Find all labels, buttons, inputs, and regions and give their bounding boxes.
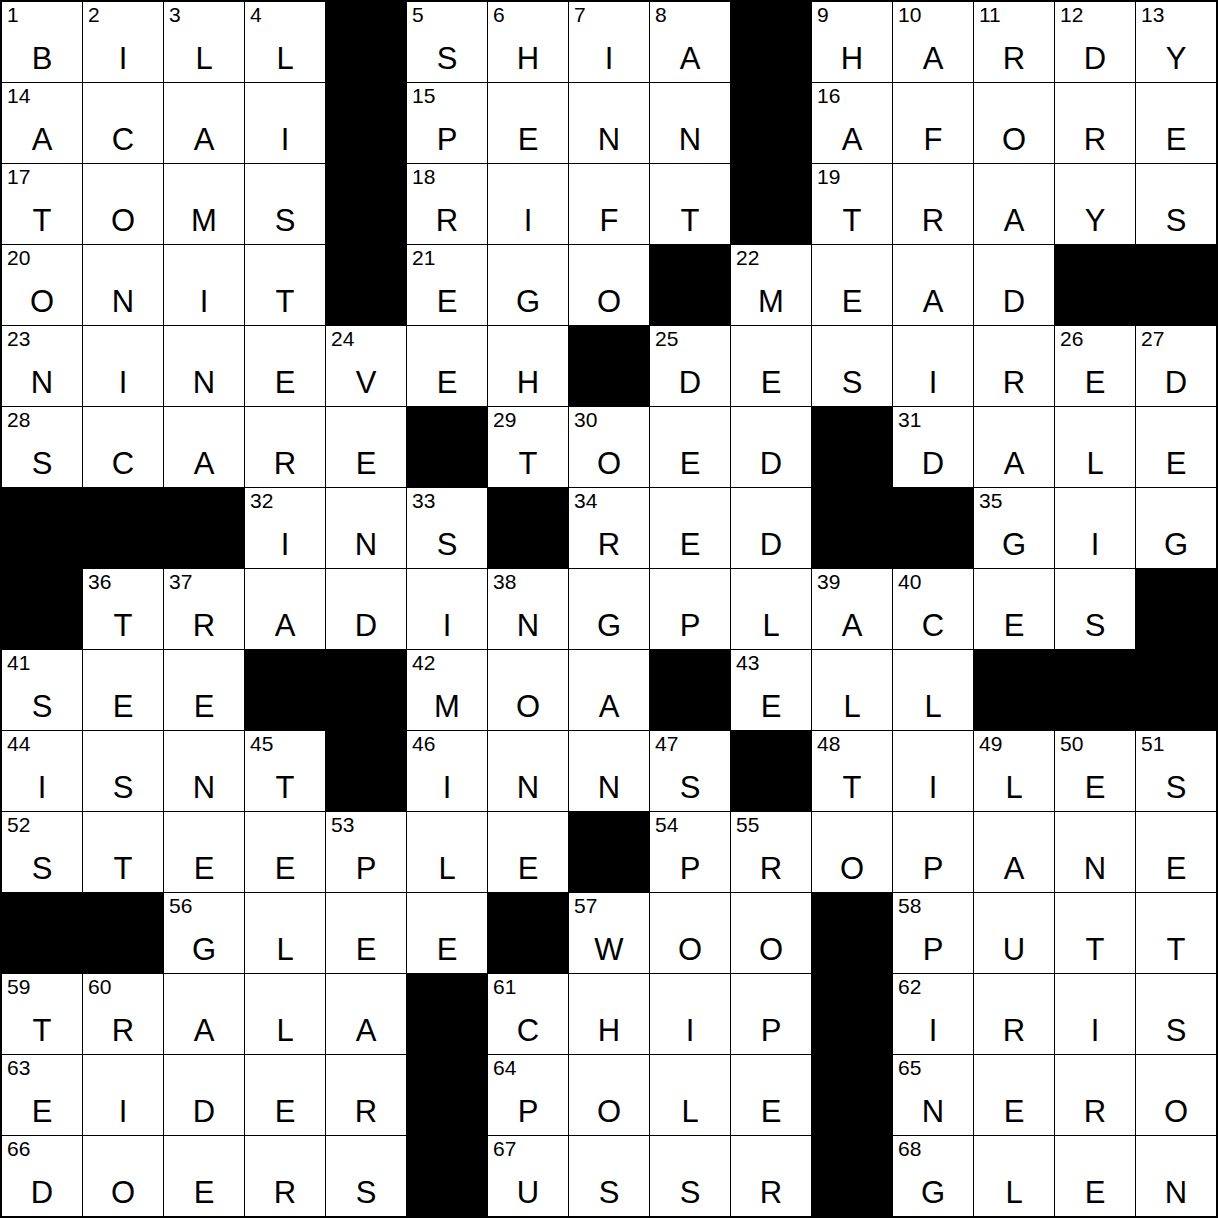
cell-letter: E — [731, 1096, 811, 1127]
cell-r11c7[interactable]: E — [488, 812, 568, 892]
cell-r9c3[interactable]: E — [164, 650, 244, 730]
cell-r13c5[interactable]: A — [326, 974, 406, 1054]
cell-letter: E — [1055, 1177, 1135, 1208]
cell-letter: E — [326, 448, 406, 479]
cell-r12c9[interactable]: O — [650, 893, 730, 973]
cell-r15c7[interactable]: 67U — [488, 1136, 568, 1216]
cell-letter: S — [1136, 772, 1216, 803]
cell-r9c8[interactable]: A — [569, 650, 649, 730]
cell-r15c3[interactable]: E — [164, 1136, 244, 1216]
cell-r2c2[interactable]: C — [83, 83, 163, 163]
cell-letter: A — [569, 691, 649, 722]
cell-r5c12[interactable]: I — [893, 326, 973, 406]
cell-r2c14[interactable]: R — [1055, 83, 1135, 163]
cell-r5c14[interactable]: 26E — [1055, 326, 1135, 406]
cell-letter: E — [326, 934, 406, 965]
cell-letter: T — [650, 205, 730, 236]
block-r4c15 — [1136, 245, 1216, 325]
clue-number: 57 — [574, 894, 597, 917]
clue-number: 27 — [1141, 327, 1164, 350]
cell-r8c4[interactable]: A — [245, 569, 325, 649]
cell-r11c12[interactable]: P — [893, 812, 973, 892]
cell-letter: O — [1136, 1096, 1216, 1127]
cell-r11c4[interactable]: E — [245, 812, 325, 892]
block-r7c11 — [812, 488, 892, 568]
block-r8c15 — [1136, 569, 1216, 649]
cell-r3c9[interactable]: T — [650, 164, 730, 244]
cell-r11c1[interactable]: 52S — [2, 812, 82, 892]
cell-r14c5[interactable]: R — [326, 1055, 406, 1135]
clue-number: 48 — [817, 732, 840, 755]
cell-r5c3[interactable]: N — [164, 326, 244, 406]
cell-letter: U — [488, 1177, 568, 1208]
cell-r7c14[interactable]: I — [1055, 488, 1135, 568]
cell-r4c3[interactable]: I — [164, 245, 244, 325]
cell-r13c9[interactable]: I — [650, 974, 730, 1054]
cell-letter: C — [83, 448, 163, 479]
cell-letter: P — [893, 934, 973, 965]
cell-letter: N — [569, 772, 649, 803]
cell-r3c7[interactable]: I — [488, 164, 568, 244]
cell-r2c15[interactable]: E — [1136, 83, 1216, 163]
cell-r1c15[interactable]: 13Y — [1136, 2, 1216, 82]
cell-r1c4[interactable]: 4L — [245, 2, 325, 82]
cell-r11c3[interactable]: E — [164, 812, 244, 892]
cell-r13c2[interactable]: 60R — [83, 974, 163, 1054]
cell-letter: N — [164, 772, 244, 803]
cell-r11c14[interactable]: N — [1055, 812, 1135, 892]
cell-r5c9[interactable]: 25D — [650, 326, 730, 406]
cell-r1c12[interactable]: 10A — [893, 2, 973, 82]
cell-letter: E — [1136, 853, 1216, 884]
cell-r8c6[interactable]: I — [407, 569, 487, 649]
cell-r14c14[interactable]: R — [1055, 1055, 1135, 1135]
cell-r2c3[interactable]: A — [164, 83, 244, 163]
block-r9c15 — [1136, 650, 1216, 730]
cell-r14c13[interactable]: E — [974, 1055, 1054, 1135]
cell-r8c7[interactable]: 38N — [488, 569, 568, 649]
cell-r2c1[interactable]: 14A — [2, 83, 82, 163]
cell-r13c12[interactable]: 62I — [893, 974, 973, 1054]
cell-r10c9[interactable]: 47S — [650, 731, 730, 811]
cell-r12c4[interactable]: L — [245, 893, 325, 973]
cell-r11c9[interactable]: 54P — [650, 812, 730, 892]
cell-r10c2[interactable]: S — [83, 731, 163, 811]
cell-r14c15[interactable]: O — [1136, 1055, 1216, 1135]
block-r12c11 — [812, 893, 892, 973]
block-r6c6 — [407, 407, 487, 487]
clue-number: 45 — [250, 732, 273, 755]
cell-r3c8[interactable]: F — [569, 164, 649, 244]
cell-letter: R — [326, 1096, 406, 1127]
cell-r1c1[interactable]: 1B — [2, 2, 82, 82]
cell-r6c4[interactable]: R — [245, 407, 325, 487]
cell-r10c3[interactable]: N — [164, 731, 244, 811]
block-r9c14 — [1055, 650, 1135, 730]
cell-letter: R — [974, 1015, 1054, 1046]
clue-number: 3 — [169, 3, 181, 26]
cell-r1c6[interactable]: 5S — [407, 2, 487, 82]
cell-letter: I — [893, 1015, 973, 1046]
cell-r14c8[interactable]: O — [569, 1055, 649, 1135]
cell-r10c11[interactable]: 48T — [812, 731, 892, 811]
cell-r7c13[interactable]: 35G — [974, 488, 1054, 568]
cell-r15c10[interactable]: R — [731, 1136, 811, 1216]
cell-r10c1[interactable]: 44I — [2, 731, 82, 811]
cell-r11c11[interactable]: O — [812, 812, 892, 892]
cell-r1c9[interactable]: 8A — [650, 2, 730, 82]
cell-r9c2[interactable]: E — [83, 650, 163, 730]
block-r11c8 — [569, 812, 649, 892]
cell-r3c3[interactable]: M — [164, 164, 244, 244]
cell-r10c7[interactable]: N — [488, 731, 568, 811]
cell-letter: I — [83, 1096, 163, 1127]
cell-letter: E — [245, 1096, 325, 1127]
cell-r15c15[interactable]: N — [1136, 1136, 1216, 1216]
cell-r14c7[interactable]: 64P — [488, 1055, 568, 1135]
clue-number: 36 — [88, 570, 111, 593]
cell-r15c2[interactable]: O — [83, 1136, 163, 1216]
cell-r3c13[interactable]: A — [974, 164, 1054, 244]
cell-r3c1[interactable]: 17T — [2, 164, 82, 244]
cell-r2c6[interactable]: 15P — [407, 83, 487, 163]
cell-r4c11[interactable]: E — [812, 245, 892, 325]
cell-r3c11[interactable]: 19T — [812, 164, 892, 244]
cell-letter: T — [83, 853, 163, 884]
cell-r2c12[interactable]: F — [893, 83, 973, 163]
cell-r4c13[interactable]: D — [974, 245, 1054, 325]
cell-r6c12[interactable]: 31D — [893, 407, 973, 487]
cell-letter: A — [650, 43, 730, 74]
cell-letter: C — [83, 124, 163, 155]
cell-r5c11[interactable]: S — [812, 326, 892, 406]
cell-r15c1[interactable]: 66D — [2, 1136, 82, 1216]
cell-r10c12[interactable]: I — [893, 731, 973, 811]
cell-r8c14[interactable]: S — [1055, 569, 1135, 649]
cell-letter: G — [488, 286, 568, 317]
cell-r7c4[interactable]: 32I — [245, 488, 325, 568]
block-r12c1 — [2, 893, 82, 973]
cell-r4c2[interactable]: N — [83, 245, 163, 325]
cell-r1c2[interactable]: 2I — [83, 2, 163, 82]
cell-letter: R — [893, 205, 973, 236]
cell-letter: D — [1136, 367, 1216, 398]
cell-letter: N — [569, 124, 649, 155]
cell-letter: O — [488, 691, 568, 722]
clue-number: 23 — [7, 327, 30, 350]
cell-r15c14[interactable]: E — [1055, 1136, 1135, 1216]
cell-r7c5[interactable]: N — [326, 488, 406, 568]
cell-r1c8[interactable]: 7I — [569, 2, 649, 82]
block-r7c1 — [2, 488, 82, 568]
block-r9c5 — [326, 650, 406, 730]
cell-letter: D — [326, 610, 406, 641]
cell-r6c7[interactable]: 29T — [488, 407, 568, 487]
cell-letter: L — [731, 610, 811, 641]
cell-r6c10[interactable]: D — [731, 407, 811, 487]
cell-letter: G — [893, 1177, 973, 1208]
cell-letter: P — [893, 853, 973, 884]
cell-r6c1[interactable]: 28S — [2, 407, 82, 487]
cell-r9c12[interactable]: L — [893, 650, 973, 730]
cell-letter: E — [488, 124, 568, 155]
cell-letter: D — [1055, 43, 1135, 74]
cell-r6c5[interactable]: E — [326, 407, 406, 487]
cell-r10c13[interactable]: 49L — [974, 731, 1054, 811]
cell-r6c8[interactable]: 30O — [569, 407, 649, 487]
cell-letter: O — [974, 124, 1054, 155]
cell-r10c15[interactable]: 51S — [1136, 731, 1216, 811]
cell-letter: T — [812, 772, 892, 803]
cell-r1c13[interactable]: 11R — [974, 2, 1054, 82]
cell-letter: H — [569, 1015, 649, 1046]
clue-number: 52 — [7, 813, 30, 836]
cell-letter: D — [731, 448, 811, 479]
block-r7c12 — [893, 488, 973, 568]
cell-letter: T — [2, 205, 82, 236]
cell-letter: R — [164, 610, 244, 641]
cell-r13c7[interactable]: 61C — [488, 974, 568, 1054]
cell-r4c4[interactable]: T — [245, 245, 325, 325]
cell-letter: A — [164, 1015, 244, 1046]
cell-r5c2[interactable]: I — [83, 326, 163, 406]
cell-r5c4[interactable]: E — [245, 326, 325, 406]
cell-r13c13[interactable]: R — [974, 974, 1054, 1054]
cell-r6c2[interactable]: C — [83, 407, 163, 487]
clue-number: 60 — [88, 975, 111, 998]
block-r8c1 — [2, 569, 82, 649]
cell-r11c2[interactable]: T — [83, 812, 163, 892]
cell-r8c8[interactable]: G — [569, 569, 649, 649]
cell-letter: R — [407, 205, 487, 236]
clue-number: 21 — [412, 246, 435, 269]
cell-letter: R — [1055, 1096, 1135, 1127]
cell-r9c7[interactable]: O — [488, 650, 568, 730]
cell-letter: E — [164, 853, 244, 884]
cell-r4c10[interactable]: 22M — [731, 245, 811, 325]
cell-r11c13[interactable]: A — [974, 812, 1054, 892]
cell-letter: D — [650, 367, 730, 398]
cell-r8c2[interactable]: 36T — [83, 569, 163, 649]
cell-letter: R — [245, 1177, 325, 1208]
cell-letter: T — [245, 772, 325, 803]
cell-r7c8[interactable]: 34R — [569, 488, 649, 568]
clue-number: 47 — [655, 732, 678, 755]
cell-letter: A — [2, 124, 82, 155]
cell-r2c11[interactable]: 16A — [812, 83, 892, 163]
cell-r15c5[interactable]: S — [326, 1136, 406, 1216]
cell-r8c10[interactable]: L — [731, 569, 811, 649]
cell-r6c14[interactable]: L — [1055, 407, 1135, 487]
block-r7c3 — [164, 488, 244, 568]
cell-r8c11[interactable]: 39A — [812, 569, 892, 649]
cell-r3c6[interactable]: 18R — [407, 164, 487, 244]
cell-letter: S — [2, 853, 82, 884]
cell-r15c4[interactable]: R — [245, 1136, 325, 1216]
cell-letter: H — [488, 43, 568, 74]
block-r1c5 — [326, 2, 406, 82]
cell-r4c12[interactable]: A — [893, 245, 973, 325]
clue-number: 37 — [169, 570, 192, 593]
cell-r14c2[interactable]: I — [83, 1055, 163, 1135]
cell-r12c6[interactable]: E — [407, 893, 487, 973]
cell-r10c4[interactable]: 45T — [245, 731, 325, 811]
cell-letter: I — [245, 529, 325, 560]
cell-letter: S — [1055, 610, 1135, 641]
cell-letter: R — [245, 448, 325, 479]
cell-r13c15[interactable]: S — [1136, 974, 1216, 1054]
cell-letter: R — [974, 367, 1054, 398]
cell-r2c8[interactable]: N — [569, 83, 649, 163]
block-r10c10 — [731, 731, 811, 811]
cell-r8c13[interactable]: E — [974, 569, 1054, 649]
cell-r11c10[interactable]: 55R — [731, 812, 811, 892]
cell-r10c14[interactable]: 50E — [1055, 731, 1135, 811]
cell-r12c15[interactable]: T — [1136, 893, 1216, 973]
cell-r5c5[interactable]: 24V — [326, 326, 406, 406]
cell-letter: I — [164, 286, 244, 317]
cell-r10c8[interactable]: N — [569, 731, 649, 811]
cell-r3c15[interactable]: S — [1136, 164, 1216, 244]
cell-r9c1[interactable]: 41S — [2, 650, 82, 730]
cell-letter: E — [1055, 772, 1135, 803]
cell-r12c14[interactable]: T — [1055, 893, 1135, 973]
cell-r13c3[interactable]: A — [164, 974, 244, 1054]
cell-r5c6[interactable]: E — [407, 326, 487, 406]
clue-number: 44 — [7, 732, 30, 755]
cell-r6c15[interactable]: E — [1136, 407, 1216, 487]
cell-letter: R — [731, 1177, 811, 1208]
cell-r14c12[interactable]: 65N — [893, 1055, 973, 1135]
cell-r12c12[interactable]: 58P — [893, 893, 973, 973]
cell-r6c13[interactable]: A — [974, 407, 1054, 487]
cell-r2c9[interactable]: N — [650, 83, 730, 163]
cell-r13c8[interactable]: H — [569, 974, 649, 1054]
cell-r3c2[interactable]: O — [83, 164, 163, 244]
cell-letter: A — [326, 1015, 406, 1046]
cell-letter: T — [812, 205, 892, 236]
cell-r11c15[interactable]: E — [1136, 812, 1216, 892]
cell-r4c1[interactable]: 20O — [2, 245, 82, 325]
cell-r14c4[interactable]: E — [245, 1055, 325, 1135]
cell-r9c6[interactable]: 42M — [407, 650, 487, 730]
cell-r13c14[interactable]: I — [1055, 974, 1135, 1054]
cell-r8c12[interactable]: 40C — [893, 569, 973, 649]
cell-r9c11[interactable]: L — [812, 650, 892, 730]
cell-letter: H — [488, 367, 568, 398]
clue-number: 68 — [898, 1137, 921, 1160]
clue-number: 56 — [169, 894, 192, 917]
cell-r7c6[interactable]: 33S — [407, 488, 487, 568]
cell-letter: L — [245, 934, 325, 965]
cell-r8c5[interactable]: D — [326, 569, 406, 649]
cell-r14c10[interactable]: E — [731, 1055, 811, 1135]
cell-r9c10[interactable]: 43E — [731, 650, 811, 730]
clue-number: 64 — [493, 1056, 516, 1079]
block-r7c7 — [488, 488, 568, 568]
cell-r4c6[interactable]: 21E — [407, 245, 487, 325]
cell-r12c10[interactable]: O — [731, 893, 811, 973]
cell-r7c15[interactable]: G — [1136, 488, 1216, 568]
cell-r7c9[interactable]: E — [650, 488, 730, 568]
cell-r2c13[interactable]: O — [974, 83, 1054, 163]
cell-r13c4[interactable]: L — [245, 974, 325, 1054]
cell-r5c15[interactable]: 27D — [1136, 326, 1216, 406]
cell-r12c5[interactable]: E — [326, 893, 406, 973]
cell-r14c9[interactable]: L — [650, 1055, 730, 1135]
clue-number: 18 — [412, 165, 435, 188]
cell-r15c8[interactable]: S — [569, 1136, 649, 1216]
cell-r3c14[interactable]: Y — [1055, 164, 1135, 244]
cell-letter: T — [488, 448, 568, 479]
cell-letter: I — [488, 205, 568, 236]
cell-r5c1[interactable]: 23N — [2, 326, 82, 406]
cell-letter: T — [245, 286, 325, 317]
cell-r15c12[interactable]: 68G — [893, 1136, 973, 1216]
cell-r15c9[interactable]: S — [650, 1136, 730, 1216]
cell-letter: N — [2, 367, 82, 398]
cell-letter: S — [2, 448, 82, 479]
clue-number: 13 — [1141, 3, 1164, 26]
clue-number: 32 — [250, 489, 273, 512]
cell-letter: I — [83, 367, 163, 398]
cell-r4c7[interactable]: G — [488, 245, 568, 325]
cell-r4c8[interactable]: O — [569, 245, 649, 325]
cell-letter: L — [245, 1015, 325, 1046]
cell-r14c1[interactable]: 63E — [2, 1055, 82, 1135]
cell-r13c10[interactable]: P — [731, 974, 811, 1054]
block-r6c11 — [812, 407, 892, 487]
cell-r5c13[interactable]: R — [974, 326, 1054, 406]
cell-letter: R — [731, 853, 811, 884]
cell-r5c10[interactable]: E — [731, 326, 811, 406]
cell-r11c6[interactable]: L — [407, 812, 487, 892]
cell-r2c4[interactable]: I — [245, 83, 325, 163]
cell-r6c3[interactable]: A — [164, 407, 244, 487]
cell-r7c10[interactable]: D — [731, 488, 811, 568]
cell-r1c3[interactable]: 3L — [164, 2, 244, 82]
cell-letter: P — [650, 610, 730, 641]
cell-r3c12[interactable]: R — [893, 164, 973, 244]
cell-r2c7[interactable]: E — [488, 83, 568, 163]
clue-number: 7 — [574, 3, 586, 26]
cell-r8c9[interactable]: P — [650, 569, 730, 649]
cell-r11c5[interactable]: 53P — [326, 812, 406, 892]
cell-r1c7[interactable]: 6H — [488, 2, 568, 82]
cell-letter: A — [164, 124, 244, 155]
cell-r12c3[interactable]: 56G — [164, 893, 244, 973]
clue-number: 58 — [898, 894, 921, 917]
cell-r1c11[interactable]: 9H — [812, 2, 892, 82]
clue-number: 33 — [412, 489, 435, 512]
cell-r12c13[interactable]: U — [974, 893, 1054, 973]
cell-r15c13[interactable]: L — [974, 1136, 1054, 1216]
cell-r14c3[interactable]: D — [164, 1055, 244, 1135]
cell-letter: G — [974, 529, 1054, 560]
cell-letter: G — [569, 610, 649, 641]
cell-r13c1[interactable]: 59T — [2, 974, 82, 1054]
clue-number: 53 — [331, 813, 354, 836]
cell-r8c3[interactable]: 37R — [164, 569, 244, 649]
clue-number: 67 — [493, 1137, 516, 1160]
cell-r12c8[interactable]: 57W — [569, 893, 649, 973]
cell-r5c7[interactable]: H — [488, 326, 568, 406]
cell-r6c9[interactable]: E — [650, 407, 730, 487]
cell-r10c6[interactable]: 46I — [407, 731, 487, 811]
cell-r1c14[interactable]: 12D — [1055, 2, 1135, 82]
clue-number: 1 — [7, 3, 19, 26]
cell-r3c4[interactable]: S — [245, 164, 325, 244]
